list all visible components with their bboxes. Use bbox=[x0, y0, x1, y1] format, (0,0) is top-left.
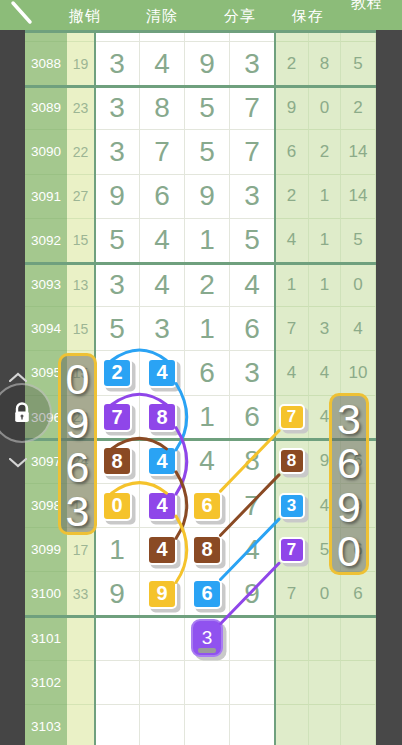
marked-cell-chip-brown[interactable]: 8 bbox=[102, 446, 132, 476]
marked-cell-chip-blue[interactable]: 4 bbox=[147, 358, 177, 388]
cell-digit[interactable]: 7 bbox=[95, 396, 140, 440]
cell-digit[interactable]: 4 bbox=[230, 263, 275, 307]
marked-cell-chip-blue[interactable]: 4 bbox=[147, 446, 177, 476]
overlay-digit: 3 bbox=[332, 397, 366, 441]
cell-digit[interactable]: 3 bbox=[140, 307, 185, 351]
cell-digit[interactable]: 5 bbox=[185, 86, 230, 130]
cell-stat[interactable] bbox=[309, 661, 341, 705]
cell-stat[interactable]: 9 bbox=[275, 86, 309, 130]
cell-sum: 15 bbox=[67, 219, 95, 263]
cell-sum: 23 bbox=[67, 86, 95, 130]
cell-stat bbox=[275, 33, 309, 42]
cell-digit[interactable]: 4 bbox=[140, 440, 185, 484]
cell-stat[interactable]: 5 bbox=[341, 219, 376, 263]
cell-issue: 3099 bbox=[25, 528, 67, 572]
cell-digit[interactable] bbox=[230, 661, 275, 705]
cell-stat[interactable]: 4 bbox=[341, 307, 376, 351]
cell-digit[interactable] bbox=[95, 617, 140, 661]
cell-stat bbox=[341, 33, 376, 42]
lock-icon[interactable] bbox=[12, 402, 32, 428]
cell-sum bbox=[67, 661, 95, 705]
period-separator bbox=[25, 615, 376, 618]
cell-stat[interactable]: 7 bbox=[275, 572, 309, 616]
cell-digit[interactable]: 8 bbox=[140, 86, 185, 130]
cell-issue: 3088 bbox=[25, 42, 67, 86]
overlay-digit: 3 bbox=[61, 489, 94, 533]
back-button[interactable] bbox=[4, 0, 40, 30]
cell-stat[interactable]: 3 bbox=[309, 307, 341, 351]
cell-sum bbox=[67, 33, 95, 42]
overlay-digit: 9 bbox=[61, 401, 94, 445]
cell-stat[interactable]: 3 bbox=[275, 484, 309, 528]
cell-digit[interactable]: 5 bbox=[95, 307, 140, 351]
cell-digit[interactable]: 9 bbox=[140, 572, 185, 616]
cell-issue: 3089 bbox=[25, 86, 67, 130]
right-rail bbox=[376, 30, 402, 745]
marked-cell-chip-brown[interactable]: 4 bbox=[147, 535, 177, 565]
cell-digit[interactable]: 5 bbox=[230, 219, 275, 263]
cell-digit[interactable]: 1 bbox=[185, 307, 230, 351]
cell-stat[interactable]: 0 bbox=[341, 263, 376, 307]
marked-cell-chip-yellow[interactable]: 9 bbox=[147, 579, 177, 609]
cell-digit[interactable]: 2 bbox=[185, 263, 230, 307]
cell-sum: 22 bbox=[67, 130, 95, 174]
cell-stat[interactable]: 6 bbox=[341, 572, 376, 616]
pending-mark-chip[interactable]: 3 bbox=[191, 619, 223, 657]
cell-stat[interactable]: 14 bbox=[341, 130, 376, 174]
cell-digit[interactable]: 3 bbox=[95, 263, 140, 307]
marked-cell-chip-blue[interactable]: 2 bbox=[102, 358, 132, 388]
tutorial-button[interactable]: 教程 bbox=[351, 0, 383, 13]
cell-digit[interactable]: 9 bbox=[95, 572, 140, 616]
overlay-digit: 0 bbox=[61, 357, 94, 401]
period-separator bbox=[25, 85, 376, 88]
cell-stat[interactable] bbox=[341, 705, 376, 745]
cell-digit[interactable]: 7 bbox=[230, 130, 275, 174]
table-row: 3093133424110 bbox=[25, 263, 376, 307]
clear-button[interactable]: 清除 bbox=[146, 7, 178, 26]
marked-cell-chip-blue[interactable]: 3 bbox=[279, 493, 305, 519]
cell-digit[interactable]: 3 bbox=[95, 42, 140, 86]
cell-stat[interactable]: 14 bbox=[341, 175, 376, 219]
cell-stat[interactable]: 5 bbox=[341, 42, 376, 86]
marked-cell-chip-purple[interactable]: 7 bbox=[279, 537, 305, 563]
cell-stat[interactable] bbox=[275, 661, 309, 705]
cell-digit[interactable]: 0 bbox=[95, 484, 140, 528]
chevron-down-icon[interactable] bbox=[9, 454, 27, 472]
cell-digit[interactable] bbox=[185, 705, 230, 745]
cell-digit[interactable]: 7 bbox=[140, 130, 185, 174]
cell-digit[interactable]: 8 bbox=[185, 528, 230, 572]
marked-cell-chip-purple[interactable]: 4 bbox=[147, 491, 177, 521]
cell-stat[interactable]: 4 bbox=[309, 351, 341, 395]
undo-button[interactable]: 撤销 bbox=[69, 7, 101, 26]
cell-digit[interactable] bbox=[95, 705, 140, 745]
cell-digit[interactable]: 9 bbox=[185, 42, 230, 86]
cell-digit bbox=[95, 33, 140, 42]
cell-digit[interactable]: 3 bbox=[95, 86, 140, 130]
cell-sum bbox=[67, 617, 95, 661]
cell-sum: 27 bbox=[67, 175, 95, 219]
cell-digit[interactable]: 3 bbox=[185, 617, 230, 661]
cell-issue: 3090 bbox=[25, 130, 67, 174]
cell-sum: 19 bbox=[67, 42, 95, 86]
toolbar: 撤销 清除 分享 保存 教程 bbox=[0, 0, 402, 30]
cell-digit[interactable]: 6 bbox=[230, 396, 275, 440]
cell-digit[interactable]: 5 bbox=[185, 130, 230, 174]
cell-stat[interactable]: 4 bbox=[275, 219, 309, 263]
cell-digit[interactable]: 4 bbox=[140, 484, 185, 528]
overlay-digit: 6 bbox=[332, 441, 366, 485]
cell-digit bbox=[140, 33, 185, 42]
grid-top-border bbox=[25, 30, 376, 33]
marked-cell-chip-brown[interactable]: 8 bbox=[279, 448, 305, 474]
cell-digit[interactable]: 4 bbox=[230, 528, 275, 572]
table-row: 30902237576214 bbox=[25, 130, 376, 174]
cell-stat[interactable]: 8 bbox=[309, 42, 341, 86]
cell-issue: 3102 bbox=[25, 661, 67, 705]
cell-digit[interactable]: 3 bbox=[95, 130, 140, 174]
cell-sum: 33 bbox=[67, 572, 95, 616]
app-screen: 撤销 清除 分享 保存 教程 3088193493285308923385790… bbox=[0, 0, 402, 745]
cell-digit bbox=[230, 33, 275, 42]
marked-cell-chip-purple[interactable]: 7 bbox=[102, 402, 132, 432]
cell-digit[interactable]: 9 bbox=[95, 175, 140, 219]
cell-stat[interactable]: 7 bbox=[275, 396, 309, 440]
marked-cell-chip-blue[interactable]: 6 bbox=[192, 579, 222, 609]
cell-digit[interactable]: 7 bbox=[230, 484, 275, 528]
cell-sum: 15 bbox=[67, 307, 95, 351]
cell-digit[interactable]: 5 bbox=[95, 219, 140, 263]
cell-digit[interactable]: 3 bbox=[230, 351, 275, 395]
cell-issue: 3094 bbox=[25, 307, 67, 351]
cell-digit[interactable] bbox=[140, 617, 185, 661]
table-row: 30912796932114 bbox=[25, 175, 376, 219]
cell-digit bbox=[185, 33, 230, 42]
cell-digit[interactable]: 8 bbox=[230, 440, 275, 484]
cell-digit[interactable]: 6 bbox=[185, 484, 230, 528]
cell-digit[interactable] bbox=[140, 705, 185, 745]
table-row-partial bbox=[25, 33, 376, 42]
pending-chip-handle bbox=[198, 648, 216, 653]
cell-stat bbox=[309, 33, 341, 42]
overlay-digit: 0 bbox=[332, 529, 366, 573]
cell-stat[interactable]: 6 bbox=[275, 130, 309, 174]
cell-stat[interactable]: 2 bbox=[275, 42, 309, 86]
cell-digit[interactable]: 9 bbox=[230, 572, 275, 616]
cell-stat[interactable] bbox=[275, 617, 309, 661]
cell-stat[interactable] bbox=[309, 705, 341, 745]
cell-digit[interactable]: 1 bbox=[95, 528, 140, 572]
cell-stat[interactable]: 1 bbox=[309, 219, 341, 263]
save-button[interactable]: 保存 bbox=[292, 7, 324, 26]
cell-digit[interactable]: 4 bbox=[140, 528, 185, 572]
cell-digit[interactable]: 8 bbox=[140, 396, 185, 440]
cell-stat[interactable] bbox=[309, 617, 341, 661]
table-row: 3100339969706 bbox=[25, 572, 376, 616]
column-separator bbox=[274, 30, 277, 745]
cell-issue bbox=[25, 33, 67, 42]
cell-sum bbox=[67, 705, 95, 745]
left-digit-overlay[interactable]: 0963 bbox=[58, 353, 97, 535]
cell-digit[interactable] bbox=[95, 661, 140, 705]
cell-stat[interactable]: 2 bbox=[275, 175, 309, 219]
cell-issue: 3092 bbox=[25, 219, 67, 263]
overlay-digit: 6 bbox=[61, 445, 94, 489]
table-row: 3092155415415 bbox=[25, 219, 376, 263]
cell-stat[interactable]: 0 bbox=[309, 572, 341, 616]
cell-stat[interactable] bbox=[275, 705, 309, 745]
cell-digit[interactable] bbox=[230, 705, 275, 745]
marked-cell-chip-yellow[interactable]: 6 bbox=[192, 491, 222, 521]
cell-stat[interactable]: 2 bbox=[309, 130, 341, 174]
cell-digit[interactable] bbox=[185, 661, 230, 705]
cell-stat[interactable] bbox=[341, 617, 376, 661]
cell-digit[interactable]: 6 bbox=[140, 175, 185, 219]
cell-stat[interactable]: 1 bbox=[309, 263, 341, 307]
cell-stat[interactable]: 4 bbox=[275, 351, 309, 395]
cell-stat[interactable]: 7 bbox=[275, 307, 309, 351]
cell-digit[interactable]: 4 bbox=[140, 263, 185, 307]
marked-cell-chip-brown[interactable]: 8 bbox=[192, 535, 222, 565]
cell-digit[interactable]: 6 bbox=[230, 307, 275, 351]
cell-digit[interactable] bbox=[140, 661, 185, 705]
cell-digit[interactable]: 8 bbox=[95, 440, 140, 484]
cell-digit[interactable]: 1 bbox=[185, 219, 230, 263]
marked-cell-chip-yellow[interactable]: 7 bbox=[279, 404, 305, 430]
cell-issue: 3093 bbox=[25, 263, 67, 307]
cell-issue: 3091 bbox=[25, 175, 67, 219]
right-digit-overlay[interactable]: 3690 bbox=[329, 393, 369, 575]
cell-stat[interactable]: 10 bbox=[341, 351, 376, 395]
chevron-up-icon[interactable] bbox=[9, 368, 27, 386]
share-button[interactable]: 分享 bbox=[224, 7, 256, 26]
table-row: 3094155316734 bbox=[25, 307, 376, 351]
cell-digit[interactable]: 4 bbox=[140, 219, 185, 263]
table-row: 3088193493285 bbox=[25, 42, 376, 86]
chart-stage: 3088193493285308923385790230902237576214… bbox=[0, 30, 402, 745]
cell-stat[interactable]: 8 bbox=[275, 440, 309, 484]
cell-stat[interactable]: 1 bbox=[309, 175, 341, 219]
cell-digit[interactable]: 1 bbox=[185, 396, 230, 440]
cell-issue: 3103 bbox=[25, 705, 67, 745]
cell-issue: 3101 bbox=[25, 617, 67, 661]
back-arrow-icon bbox=[4, 0, 40, 30]
cell-issue: 3100 bbox=[25, 572, 67, 616]
cell-digit[interactable]: 2 bbox=[95, 351, 140, 395]
cell-stat[interactable]: 2 bbox=[341, 86, 376, 130]
marked-cell-chip-yellow[interactable]: 0 bbox=[102, 491, 132, 521]
cell-digit[interactable] bbox=[230, 617, 275, 661]
cell-digit[interactable]: 3 bbox=[230, 175, 275, 219]
cell-stat[interactable] bbox=[341, 661, 376, 705]
cell-digit[interactable]: 7 bbox=[230, 86, 275, 130]
cell-digit[interactable]: 4 bbox=[140, 351, 185, 395]
table-row: 3103 bbox=[25, 705, 376, 745]
cell-digit[interactable]: 4 bbox=[185, 440, 230, 484]
table-row: 3102 bbox=[25, 661, 376, 705]
cell-digit[interactable]: 4 bbox=[140, 42, 185, 86]
cell-stat[interactable]: 1 bbox=[275, 263, 309, 307]
cell-digit[interactable]: 9 bbox=[185, 175, 230, 219]
table-row: 31013 bbox=[25, 617, 376, 661]
cell-digit[interactable]: 3 bbox=[230, 42, 275, 86]
cell-stat[interactable]: 7 bbox=[275, 528, 309, 572]
cell-digit[interactable]: 6 bbox=[185, 351, 230, 395]
cell-digit[interactable]: 6 bbox=[185, 572, 230, 616]
overlay-digit: 9 bbox=[332, 485, 366, 529]
period-separator bbox=[25, 262, 376, 265]
cell-stat[interactable]: 0 bbox=[309, 86, 341, 130]
table-row: 3089233857902 bbox=[25, 86, 376, 130]
marked-cell-chip-purple[interactable]: 8 bbox=[147, 402, 177, 432]
cell-sum: 13 bbox=[67, 263, 95, 307]
